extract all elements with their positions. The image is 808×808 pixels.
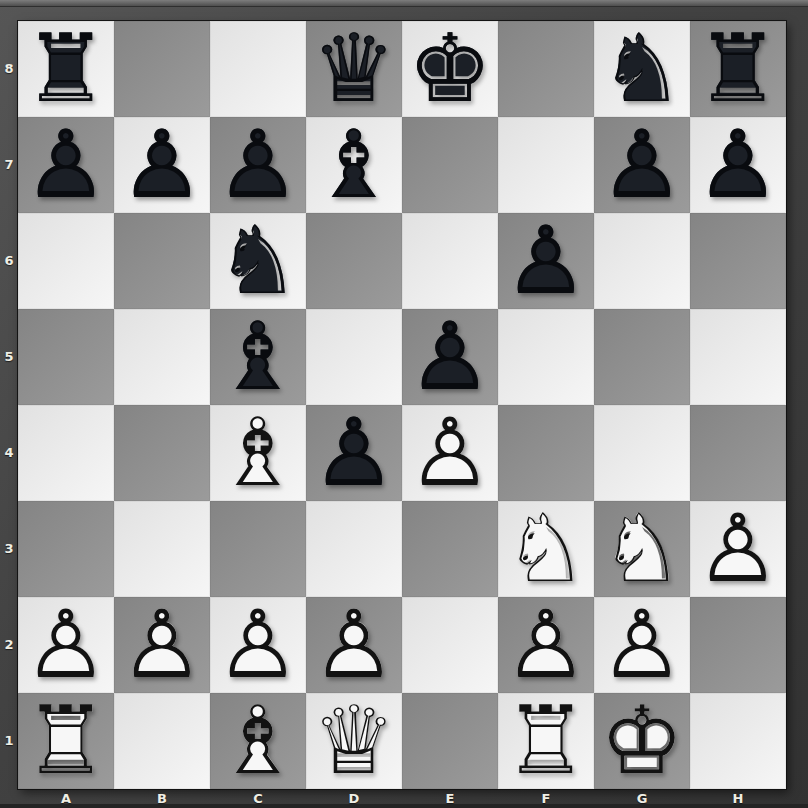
square-a1[interactable]: ♜♖	[18, 693, 114, 789]
white-bishop: ♝♗	[210, 693, 306, 789]
square-d5[interactable]	[306, 309, 402, 405]
square-f7[interactable]	[498, 117, 594, 213]
white-pawn: ♟♙	[114, 597, 210, 693]
square-a6[interactable]	[18, 213, 114, 309]
white-bishop: ♝♗	[210, 405, 306, 501]
square-e6[interactable]	[402, 213, 498, 309]
square-h5[interactable]	[690, 309, 786, 405]
square-h1[interactable]	[690, 693, 786, 789]
square-h7[interactable]: ♟♙	[690, 117, 786, 213]
square-d1[interactable]: ♛♕	[306, 693, 402, 789]
square-b5[interactable]	[114, 309, 210, 405]
square-b7[interactable]: ♟♙	[114, 117, 210, 213]
square-h3[interactable]: ♟♙	[690, 501, 786, 597]
white-pawn: ♟♙	[210, 597, 306, 693]
square-g7[interactable]: ♟♙	[594, 117, 690, 213]
black-rook: ♜♖	[690, 21, 786, 117]
black-pawn: ♟♙	[402, 309, 498, 405]
black-pawn: ♟♙	[498, 213, 594, 309]
rank-label-2: 2	[0, 597, 18, 693]
white-pawn: ♟♙	[690, 501, 786, 597]
square-f5[interactable]	[498, 309, 594, 405]
rank-label-3: 3	[0, 501, 18, 597]
white-knight: ♞♘	[498, 501, 594, 597]
white-pawn: ♟♙	[306, 597, 402, 693]
square-a3[interactable]	[18, 501, 114, 597]
square-d3[interactable]	[306, 501, 402, 597]
square-d7[interactable]: ♝♗	[306, 117, 402, 213]
square-c4[interactable]: ♝♗	[210, 405, 306, 501]
square-e4[interactable]: ♟♙	[402, 405, 498, 501]
square-e8[interactable]: ♚♔	[402, 21, 498, 117]
frame-top-bevel	[0, 0, 808, 7]
white-pawn: ♟♙	[402, 405, 498, 501]
black-rook: ♜♖	[18, 21, 114, 117]
square-h4[interactable]	[690, 405, 786, 501]
square-d8[interactable]: ♛♕	[306, 21, 402, 117]
black-bishop: ♝♗	[306, 117, 402, 213]
square-c3[interactable]	[210, 501, 306, 597]
square-e1[interactable]	[402, 693, 498, 789]
rank-label-5: 5	[0, 309, 18, 405]
black-knight: ♞♘	[594, 21, 690, 117]
square-d6[interactable]	[306, 213, 402, 309]
square-f3[interactable]: ♞♘	[498, 501, 594, 597]
chess-board: ♜♖♛♕♚♔♞♘♜♖♟♙♟♙♟♙♝♗♟♙♟♙♞♘♟♙♝♗♟♙♝♗♟♙♟♙♞♘♞♘…	[18, 21, 786, 789]
square-c8[interactable]	[210, 21, 306, 117]
white-pawn: ♟♙	[18, 597, 114, 693]
square-c5[interactable]: ♝♗	[210, 309, 306, 405]
rank-label-1: 1	[0, 693, 18, 789]
square-h6[interactable]	[690, 213, 786, 309]
square-e7[interactable]	[402, 117, 498, 213]
square-b6[interactable]	[114, 213, 210, 309]
square-b3[interactable]	[114, 501, 210, 597]
square-b2[interactable]: ♟♙	[114, 597, 210, 693]
square-b4[interactable]	[114, 405, 210, 501]
frame-bottom-bevel	[0, 804, 808, 808]
white-pawn: ♟♙	[594, 597, 690, 693]
square-a5[interactable]	[18, 309, 114, 405]
black-pawn: ♟♙	[18, 117, 114, 213]
square-c2[interactable]: ♟♙	[210, 597, 306, 693]
square-a7[interactable]: ♟♙	[18, 117, 114, 213]
black-bishop: ♝♗	[210, 309, 306, 405]
square-d4[interactable]: ♟♙	[306, 405, 402, 501]
black-queen: ♛♕	[306, 21, 402, 117]
black-knight: ♞♘	[210, 213, 306, 309]
square-g4[interactable]	[594, 405, 690, 501]
square-f1[interactable]: ♜♖	[498, 693, 594, 789]
black-pawn: ♟♙	[210, 117, 306, 213]
square-g5[interactable]	[594, 309, 690, 405]
square-e2[interactable]	[402, 597, 498, 693]
square-g3[interactable]: ♞♘	[594, 501, 690, 597]
square-b8[interactable]	[114, 21, 210, 117]
black-pawn: ♟♙	[114, 117, 210, 213]
white-knight: ♞♘	[594, 501, 690, 597]
square-h2[interactable]	[690, 597, 786, 693]
black-pawn: ♟♙	[594, 117, 690, 213]
square-e3[interactable]	[402, 501, 498, 597]
black-king: ♚♔	[402, 21, 498, 117]
rank-label-6: 6	[0, 213, 18, 309]
square-a2[interactable]: ♟♙	[18, 597, 114, 693]
square-g1[interactable]: ♚♔	[594, 693, 690, 789]
square-f4[interactable]	[498, 405, 594, 501]
square-c1[interactable]: ♝♗	[210, 693, 306, 789]
square-c7[interactable]: ♟♙	[210, 117, 306, 213]
square-a4[interactable]	[18, 405, 114, 501]
square-h8[interactable]: ♜♖	[690, 21, 786, 117]
square-f6[interactable]: ♟♙	[498, 213, 594, 309]
white-pawn: ♟♙	[498, 597, 594, 693]
black-pawn: ♟♙	[690, 117, 786, 213]
square-e5[interactable]: ♟♙	[402, 309, 498, 405]
square-g6[interactable]	[594, 213, 690, 309]
rank-label-7: 7	[0, 117, 18, 213]
square-f2[interactable]: ♟♙	[498, 597, 594, 693]
white-rook: ♜♖	[18, 693, 114, 789]
rank-label-4: 4	[0, 405, 18, 501]
square-g8[interactable]: ♞♘	[594, 21, 690, 117]
square-f8[interactable]	[498, 21, 594, 117]
white-king: ♚♔	[594, 693, 690, 789]
square-a8[interactable]: ♜♖	[18, 21, 114, 117]
square-c6[interactable]: ♞♘	[210, 213, 306, 309]
square-b1[interactable]	[114, 693, 210, 789]
square-g2[interactable]: ♟♙	[594, 597, 690, 693]
white-queen: ♛♕	[306, 693, 402, 789]
board-frame: ♜♖♛♕♚♔♞♘♜♖♟♙♟♙♟♙♝♗♟♙♟♙♞♘♟♙♝♗♟♙♝♗♟♙♟♙♞♘♞♘…	[0, 0, 808, 808]
rank-label-8: 8	[0, 21, 18, 117]
square-d2[interactable]: ♟♙	[306, 597, 402, 693]
black-pawn: ♟♙	[306, 405, 402, 501]
white-rook: ♜♖	[498, 693, 594, 789]
